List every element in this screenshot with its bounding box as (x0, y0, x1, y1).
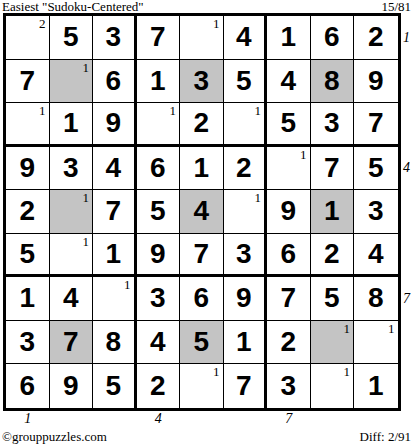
sudoku-cell-r1c8[interactable]: 6 (311, 16, 355, 60)
cell-value: 2 (150, 372, 166, 400)
copyright-text: ©grouppuzzles.com (2, 430, 107, 444)
sudoku-cell-r3c4[interactable]: 1 (137, 103, 181, 147)
sudoku-cell-r3c7[interactable]: 5 (267, 103, 311, 147)
sudoku-cell-r9c2[interactable]: 9 (50, 364, 94, 408)
sudoku-cell-r4c6[interactable]: 2 (224, 147, 268, 191)
pencil-mark: 1 (124, 278, 131, 291)
cell-value: 4 (236, 23, 252, 51)
pencil-mark: 1 (39, 104, 46, 117)
cell-value: 7 (63, 328, 79, 356)
sudoku-cell-r4c3[interactable]: 4 (93, 147, 137, 191)
sudoku-cell-r2c8[interactable]: 8 (311, 60, 355, 104)
cell-value: 3 (193, 67, 209, 95)
sudoku-cell-r8c7[interactable]: 2 (267, 321, 311, 365)
sudoku-cell-r7c6[interactable]: 9 (224, 277, 268, 321)
sudoku-cell-r4c7[interactable]: 1 (267, 147, 311, 191)
cell-value: 9 (280, 197, 296, 225)
pencil-mark: 1 (344, 322, 351, 335)
cell-value: 8 (324, 67, 340, 95)
footer-bar: ©grouppuzzles.com Diff: 2/91 (2, 430, 411, 444)
sudoku-cell-r3c5[interactable]: 2 (180, 103, 224, 147)
sudoku-cell-r4c9[interactable]: 5 (354, 147, 398, 191)
cell-value: 3 (236, 240, 252, 268)
sudoku-cell-r9c3[interactable]: 5 (93, 364, 137, 408)
sudoku-cell-r4c4[interactable]: 6 (137, 147, 181, 191)
pencil-mark: 1 (300, 148, 307, 161)
sudoku-cell-r6c7[interactable]: 6 (267, 234, 311, 278)
cell-value: 1 (150, 67, 166, 95)
progress-counter: 15/81 (381, 0, 411, 13)
cell-value: 1 (105, 240, 121, 268)
cell-value: 8 (105, 328, 121, 356)
cell-value: 7 (150, 23, 166, 51)
sudoku-cell-r4c5[interactable]: 1 (180, 147, 224, 191)
cell-value: 7 (324, 154, 340, 182)
cell-value: 5 (105, 372, 121, 400)
sudoku-cell-r7c5[interactable]: 6 (180, 277, 224, 321)
sudoku-cell-r2c6[interactable]: 5 (224, 60, 268, 104)
cell-value: 6 (105, 67, 121, 95)
col-label-7: 7 (284, 412, 294, 426)
cell-value: 3 (368, 197, 384, 225)
sudoku-cell-r6c9[interactable]: 4 (354, 234, 398, 278)
cell-value: 1 (236, 328, 252, 356)
sudoku-cell-r8c2[interactable]: 7 (50, 321, 94, 365)
sudoku-cell-r9c8[interactable]: 1 (311, 364, 355, 408)
difficulty-text: Diff: 2/91 (360, 430, 411, 444)
sudoku-cell-r5c7[interactable]: 9 (267, 190, 311, 234)
sudoku-cell-r5c3[interactable]: 7 (93, 190, 137, 234)
sudoku-cell-r6c6[interactable]: 3 (224, 234, 268, 278)
sudoku-cell-r5c5[interactable]: 4 (180, 190, 224, 234)
cell-value: 5 (19, 240, 35, 268)
cell-value: 7 (105, 197, 121, 225)
cell-value: 9 (150, 240, 166, 268)
cell-value: 5 (280, 109, 296, 137)
sudoku-cell-r2c7[interactable]: 4 (267, 60, 311, 104)
sudoku-cell-r3c1[interactable]: 1 (6, 103, 50, 147)
cell-value: 7 (280, 284, 296, 312)
sudoku-cell-r8c4[interactable]: 4 (137, 321, 181, 365)
cell-value: 2 (236, 154, 252, 182)
cell-value: 1 (280, 23, 296, 51)
sudoku-cell-r2c1[interactable]: 7 (6, 60, 50, 104)
sudoku-cell-r1c4[interactable]: 7 (137, 16, 181, 60)
cell-value: 7 (368, 109, 384, 137)
sudoku-cell-r1c1[interactable]: 2 (6, 16, 50, 60)
sudoku-cell-r8c8[interactable]: 1 (311, 321, 355, 365)
sudoku-cell-r3c3[interactable]: 9 (93, 103, 137, 147)
sudoku-cell-r9c7[interactable]: 3 (267, 364, 311, 408)
pencil-mark: 1 (344, 365, 351, 378)
cell-value: 5 (193, 328, 209, 356)
cell-value: 3 (150, 284, 166, 312)
sudoku-cell-r3c2[interactable]: 1 (50, 103, 94, 147)
puzzle-title: Easiest "Sudoku-Centered" (2, 0, 144, 13)
pencil-mark: 1 (255, 104, 262, 117)
cell-value: 5 (236, 67, 252, 95)
pencil-mark: 1 (388, 322, 395, 335)
cell-value: 2 (19, 197, 35, 225)
cell-value: 6 (19, 372, 35, 400)
cell-value: 7 (193, 240, 209, 268)
sudoku-cell-r5c2[interactable]: 1 (50, 190, 94, 234)
sudoku-cell-r7c8[interactable]: 5 (311, 277, 355, 321)
cell-value: 1 (19, 284, 35, 312)
pencil-mark: 1 (83, 235, 90, 248)
sudoku-cell-r2c3[interactable]: 6 (93, 60, 137, 104)
sudoku-cell-r3c9[interactable]: 7 (354, 103, 398, 147)
sudoku-cell-r6c1[interactable]: 5 (6, 234, 50, 278)
sudoku-cell-r8c6[interactable]: 1 (224, 321, 268, 365)
cell-value: 1 (193, 154, 209, 182)
sudoku-cell-r2c2[interactable]: 1 (50, 60, 94, 104)
pencil-mark: 1 (213, 17, 220, 30)
cell-value: 6 (150, 154, 166, 182)
cell-value: 7 (19, 67, 35, 95)
cell-value: 9 (236, 284, 252, 312)
sudoku-cell-r6c5[interactable]: 7 (180, 234, 224, 278)
sudoku-cell-r8c1[interactable]: 3 (6, 321, 50, 365)
pencil-mark: 2 (39, 17, 46, 30)
sudoku-cell-r4c2[interactable]: 3 (50, 147, 94, 191)
pencil-mark: 1 (170, 104, 177, 117)
sudoku-cell-r7c9[interactable]: 8 (354, 277, 398, 321)
cell-value: 3 (19, 328, 35, 356)
cell-value: 2 (280, 328, 296, 356)
cell-value: 1 (368, 372, 384, 400)
sudoku-cell-r5c4[interactable]: 5 (137, 190, 181, 234)
sudoku-cell-r1c6[interactable]: 4 (224, 16, 268, 60)
cell-value: 4 (368, 240, 384, 268)
sudoku-cell-r8c5[interactable]: 5 (180, 321, 224, 365)
sudoku-cell-r1c7[interactable]: 1 (267, 16, 311, 60)
sudoku-cell-r2c9[interactable]: 9 (354, 60, 398, 104)
sudoku-cell-r9c4[interactable]: 2 (137, 364, 181, 408)
sudoku-page: Easiest "Sudoku-Centered" 15/81 25371416… (0, 0, 412, 445)
sudoku-cell-r4c8[interactable]: 7 (311, 147, 355, 191)
sudoku-cell-r5c8[interactable]: 1 (311, 190, 355, 234)
cell-value: 9 (368, 67, 384, 95)
cell-value: 3 (324, 109, 340, 137)
sudoku-cell-r2c5[interactable]: 3 (180, 60, 224, 104)
cell-value: 9 (105, 109, 121, 137)
sudoku-board: 2537141627161354891191215379346121752175… (3, 13, 401, 411)
sudoku-cell-r9c9[interactable]: 1 (354, 364, 398, 408)
col-label-1: 1 (23, 412, 33, 426)
sudoku-cell-r6c3[interactable]: 1 (93, 234, 137, 278)
sudoku-cell-r7c4[interactable]: 3 (137, 277, 181, 321)
cell-value: 5 (63, 23, 79, 51)
pencil-mark: 1 (255, 191, 262, 204)
sudoku-cell-r9c5[interactable]: 1 (180, 364, 224, 408)
header-bar: Easiest "Sudoku-Centered" 15/81 (2, 0, 411, 13)
cell-value: 9 (19, 154, 35, 182)
sudoku-cell-r1c2[interactable]: 5 (50, 16, 94, 60)
sudoku-cell-r1c5[interactable]: 1 (180, 16, 224, 60)
cell-value: 6 (193, 284, 209, 312)
sudoku-cell-r3c8[interactable]: 3 (311, 103, 355, 147)
cell-value: 3 (105, 23, 121, 51)
pencil-mark: 1 (83, 61, 90, 74)
sudoku-cell-r4c1[interactable]: 9 (6, 147, 50, 191)
sudoku-cell-r2c4[interactable]: 1 (137, 60, 181, 104)
cell-value: 5 (368, 154, 384, 182)
cell-value: 8 (368, 284, 384, 312)
row-label-1: 1 (403, 29, 412, 46)
cell-value: 4 (193, 197, 209, 225)
cell-value: 2 (368, 23, 384, 51)
sudoku-cell-r7c7[interactable]: 7 (267, 277, 311, 321)
col-label-4: 4 (153, 412, 163, 426)
cell-value: 2 (193, 109, 209, 137)
pencil-mark: 1 (83, 191, 90, 204)
sudoku-cell-r9c1[interactable]: 6 (6, 364, 50, 408)
cell-value: 9 (63, 372, 79, 400)
cell-value: 5 (150, 197, 166, 225)
cell-value: 7 (236, 372, 252, 400)
cell-value: 4 (150, 328, 166, 356)
sudoku-cell-r6c2[interactable]: 1 (50, 234, 94, 278)
cell-value: 4 (280, 67, 296, 95)
sudoku-cell-r3c6[interactable]: 1 (224, 103, 268, 147)
cell-value: 4 (63, 284, 79, 312)
sudoku-cell-r7c1[interactable]: 1 (6, 277, 50, 321)
sudoku-cell-r7c2[interactable]: 4 (50, 277, 94, 321)
sudoku-cell-r8c3[interactable]: 8 (93, 321, 137, 365)
cell-value: 4 (105, 154, 121, 182)
cell-value: 3 (280, 372, 296, 400)
sudoku-cell-r7c3[interactable]: 1 (93, 277, 137, 321)
row-label-4: 4 (403, 159, 412, 176)
cell-value: 6 (324, 23, 340, 51)
sudoku-cell-r5c9[interactable]: 3 (354, 190, 398, 234)
sudoku-cell-r1c3[interactable]: 3 (93, 16, 137, 60)
cell-value: 5 (324, 284, 340, 312)
row-label-7: 7 (403, 290, 412, 307)
sudoku-cell-r6c8[interactable]: 2 (311, 234, 355, 278)
sudoku-cell-r6c4[interactable]: 9 (137, 234, 181, 278)
cell-value: 1 (324, 197, 340, 225)
cell-value: 2 (324, 240, 340, 268)
pencil-mark: 1 (213, 365, 220, 378)
cell-value: 3 (63, 154, 79, 182)
sudoku-cell-r5c6[interactable]: 1 (224, 190, 268, 234)
sudoku-cell-r5c1[interactable]: 2 (6, 190, 50, 234)
sudoku-cell-r1c9[interactable]: 2 (354, 16, 398, 60)
sudoku-cell-r9c6[interactable]: 7 (224, 364, 268, 408)
sudoku-cell-r8c9[interactable]: 1 (354, 321, 398, 365)
cell-value: 6 (280, 240, 296, 268)
cell-value: 1 (63, 109, 79, 137)
